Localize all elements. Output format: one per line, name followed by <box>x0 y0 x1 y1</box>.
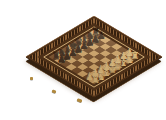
brass-clasp-icon <box>77 98 83 103</box>
chess-box-top: ♜♟♟♜♞♟♟♞♝♟♟♝♛♟♟♛♚♟♟♚♝♟♟♝♞♟♟♞♜♟♟♜ <box>25 15 164 98</box>
product-photo: ♜♟♟♜♞♟♟♞♝♟♟♝♛♟♟♛♚♟♟♚♝♟♟♝♞♟♟♞♜♟♟♜ <box>0 0 166 120</box>
piece-white-rook: ♜ <box>91 75 100 85</box>
brass-corner-hinge-icon <box>30 77 33 80</box>
piece-black-pawn: ♟ <box>57 54 66 64</box>
brass-hinge-icon <box>52 89 57 93</box>
